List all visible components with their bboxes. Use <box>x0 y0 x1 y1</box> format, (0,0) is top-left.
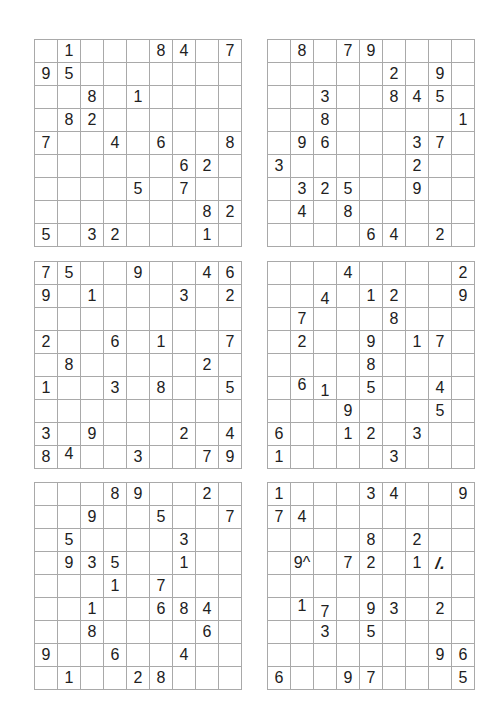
puzzle-4-cell-r2c3[interactable]: 4 <box>314 285 336 307</box>
puzzle-3-cell-r9c2[interactable]: 4 <box>58 446 80 468</box>
puzzle-3-cell-r5c2[interactable]: 8 <box>58 354 80 376</box>
puzzle-5-cell-r8c4[interactable]: 6 <box>104 644 126 666</box>
puzzle-4-cell-r8c7[interactable]: 3 <box>406 423 428 445</box>
puzzle-3-cell-r2c2[interactable] <box>58 285 80 307</box>
puzzle-1-cell-r6c2[interactable] <box>58 155 80 177</box>
puzzle-5-cell-r1c7[interactable] <box>173 483 195 505</box>
puzzle-6-cell-r7c8[interactable] <box>429 621 451 643</box>
puzzle-3-cell-r3c4[interactable] <box>104 308 126 330</box>
puzzle-3-cell-r3c9[interactable] <box>219 308 241 330</box>
puzzle-5-cell-r6c8[interactable]: 4 <box>196 598 218 620</box>
puzzle-6-cell-r1c2[interactable] <box>291 483 313 505</box>
puzzle-1-cell-r8c2[interactable] <box>58 201 80 223</box>
puzzle-5-cell-r6c7[interactable]: 8 <box>173 598 195 620</box>
puzzle-5-cell-r7c1[interactable] <box>35 621 57 643</box>
puzzle-3-cell-r8c9[interactable]: 4 <box>219 423 241 445</box>
puzzle-1-cell-r3c7[interactable] <box>173 86 195 108</box>
puzzle-5-cell-r1c6[interactable] <box>150 483 172 505</box>
puzzle-2-cell-r5c5[interactable] <box>360 132 382 154</box>
puzzle-2-cell-r8c5[interactable] <box>360 201 382 223</box>
puzzle-2-cell-r7c7[interactable]: 9 <box>406 178 428 200</box>
puzzle-5-cell-r8c7[interactable]: 4 <box>173 644 195 666</box>
puzzle-4-cell-r1c7[interactable] <box>406 262 428 284</box>
puzzle-5-cell-r2c8[interactable] <box>196 506 218 528</box>
puzzle-1-cell-r2c9[interactable] <box>219 63 241 85</box>
puzzle-6-cell-r3c3[interactable] <box>314 529 336 551</box>
puzzle-1-cell-r8c5[interactable] <box>127 201 149 223</box>
puzzle-4-cell-r8c1[interactable]: 6 <box>268 423 290 445</box>
puzzle-2-cell-r8c4[interactable]: 8 <box>337 201 359 223</box>
puzzle-2-cell-r6c7[interactable]: 2 <box>406 155 428 177</box>
puzzle-2-cell-r1c3[interactable] <box>314 40 336 62</box>
puzzle-2-cell-r4c2[interactable] <box>291 109 313 131</box>
puzzle-4-cell-r3c7[interactable] <box>406 308 428 330</box>
puzzle-2-cell-r2c2[interactable] <box>291 63 313 85</box>
puzzle-1-cell-r4c2[interactable]: 8 <box>58 109 80 131</box>
puzzle-2-cell-r4c6[interactable] <box>383 109 405 131</box>
puzzle-3-cell-r3c2[interactable] <box>58 308 80 330</box>
puzzle-1-cell-r8c1[interactable] <box>35 201 57 223</box>
puzzle-5-cell-r5c7[interactable] <box>173 575 195 597</box>
puzzle-1-cell-r6c1[interactable] <box>35 155 57 177</box>
puzzle-2-cell-r5c2[interactable]: 9 <box>291 132 313 154</box>
puzzle-2-cell-r8c6[interactable] <box>383 201 405 223</box>
puzzle-2-cell-r7c1[interactable] <box>268 178 290 200</box>
puzzle-4-cell-r1c9[interactable]: 2 <box>452 262 474 284</box>
puzzle-4-cell-r5c6[interactable] <box>383 354 405 376</box>
puzzle-4-cell-r8c9[interactable] <box>452 423 474 445</box>
puzzle-4-cell-r7c9[interactable] <box>452 400 474 422</box>
puzzle-4-cell-r4c2[interactable]: 2 <box>291 331 313 353</box>
puzzle-1-cell-r6c6[interactable] <box>150 155 172 177</box>
puzzle-4-cell-r1c4[interactable]: 4 <box>337 262 359 284</box>
puzzle-4-cell-r9c2[interactable] <box>291 446 313 468</box>
puzzle-1-cell-r3c3[interactable]: 8 <box>81 86 103 108</box>
puzzle-4-cell-r6c9[interactable] <box>452 377 474 399</box>
puzzle-2-cell-r8c1[interactable] <box>268 201 290 223</box>
puzzle-3-cell-r9c9[interactable]: 9 <box>219 446 241 468</box>
puzzle-2-cell-r5c4[interactable] <box>337 132 359 154</box>
puzzle-6-cell-r2c9[interactable] <box>452 506 474 528</box>
puzzle-5-cell-r1c5[interactable]: 9 <box>127 483 149 505</box>
puzzle-5-cell-r5c5[interactable] <box>127 575 149 597</box>
puzzle-5-cell-r3c9[interactable] <box>219 529 241 551</box>
puzzle-2-cell-r4c8[interactable] <box>429 109 451 131</box>
puzzle-2-cell-r7c4[interactable]: 5 <box>337 178 359 200</box>
puzzle-3-cell-r6c5[interactable] <box>127 377 149 399</box>
puzzle-1-cell-r6c9[interactable] <box>219 155 241 177</box>
puzzle-6-cell-r7c7[interactable] <box>406 621 428 643</box>
puzzle-1-cell-r6c8[interactable]: 2 <box>196 155 218 177</box>
puzzle-4-cell-r9c7[interactable] <box>406 446 428 468</box>
puzzle-1-cell-r8c9[interactable]: 2 <box>219 201 241 223</box>
puzzle-3-cell-r8c2[interactable] <box>58 423 80 445</box>
puzzle-3-cell-r7c8[interactable] <box>196 400 218 422</box>
puzzle-6-cell-r7c9[interactable] <box>452 621 474 643</box>
puzzle-1-cell-r1c4[interactable] <box>104 40 126 62</box>
puzzle-2-cell-r4c3[interactable]: 8 <box>314 109 336 131</box>
puzzle-2-cell-r8c9[interactable] <box>452 201 474 223</box>
puzzle-6-cell-r7c4[interactable] <box>337 621 359 643</box>
puzzle-4-cell-r7c1[interactable] <box>268 400 290 422</box>
puzzle-6-cell-r2c5[interactable] <box>360 506 382 528</box>
puzzle-4-cell-r5c2[interactable] <box>291 354 313 376</box>
puzzle-6-cell-r1c8[interactable] <box>429 483 451 505</box>
puzzle-2-cell-r9c2[interactable] <box>291 224 313 246</box>
puzzle-6-cell-r3c2[interactable] <box>291 529 313 551</box>
puzzle-3-cell-r4c6[interactable]: 1 <box>150 331 172 353</box>
puzzle-4-cell-r4c9[interactable] <box>452 331 474 353</box>
puzzle-6-cell-r6c7[interactable] <box>406 598 428 620</box>
puzzle-4-cell-r6c5[interactable]: 5 <box>360 377 382 399</box>
puzzle-4-cell-r2c9[interactable]: 9 <box>452 285 474 307</box>
puzzle-1-cell-r2c8[interactable] <box>196 63 218 85</box>
puzzle-5-cell-r5c2[interactable] <box>58 575 80 597</box>
puzzle-3-cell-r6c2[interactable] <box>58 377 80 399</box>
puzzle-6-cell-r9c2[interactable] <box>291 667 313 689</box>
puzzle-2-cell-r2c4[interactable] <box>337 63 359 85</box>
puzzle-2-cell-r4c7[interactable] <box>406 109 428 131</box>
puzzle-2-cell-r2c9[interactable] <box>452 63 474 85</box>
puzzle-1-cell-r6c3[interactable] <box>81 155 103 177</box>
puzzle-4-cell-r5c5[interactable]: 8 <box>360 354 382 376</box>
puzzle-6-cell-r3c9[interactable] <box>452 529 474 551</box>
puzzle-2-cell-r4c5[interactable] <box>360 109 382 131</box>
puzzle-3-cell-r4c7[interactable] <box>173 331 195 353</box>
puzzle-2-cell-r8c8[interactable] <box>429 201 451 223</box>
puzzle-6-cell-r5c8[interactable] <box>429 575 451 597</box>
puzzle-2-cell-r9c9[interactable] <box>452 224 474 246</box>
puzzle-2-cell-r1c6[interactable] <box>383 40 405 62</box>
puzzle-5-cell-r9c1[interactable] <box>35 667 57 689</box>
puzzle-1-cell-r1c5[interactable] <box>127 40 149 62</box>
puzzle-5-cell-r6c1[interactable] <box>35 598 57 620</box>
puzzle-1-cell-r3c9[interactable] <box>219 86 241 108</box>
puzzle-2-cell-r9c6[interactable]: 4 <box>383 224 405 246</box>
puzzle-4-cell-r9c6[interactable]: 3 <box>383 446 405 468</box>
puzzle-6-cell-r6c1[interactable] <box>268 598 290 620</box>
puzzle-2-cell-r1c9[interactable] <box>452 40 474 62</box>
puzzle-6-cell-r7c1[interactable] <box>268 621 290 643</box>
puzzle-1-cell-r6c7[interactable]: 6 <box>173 155 195 177</box>
puzzle-6-cell-r3c5[interactable]: 8 <box>360 529 382 551</box>
puzzle-4-cell-r5c8[interactable] <box>429 354 451 376</box>
puzzle-1-cell-r2c2[interactable]: 5 <box>58 63 80 85</box>
puzzle-4-cell-r4c7[interactable]: 1 <box>406 331 428 353</box>
puzzle-5-cell-r2c2[interactable] <box>58 506 80 528</box>
puzzle-5-cell-r3c1[interactable] <box>35 529 57 551</box>
puzzle-1-cell-r4c4[interactable] <box>104 109 126 131</box>
puzzle-2-cell-r6c3[interactable] <box>314 155 336 177</box>
puzzle-5-cell-r5c9[interactable] <box>219 575 241 597</box>
puzzle-3-cell-r7c3[interactable] <box>81 400 103 422</box>
puzzle-4-cell-r1c3[interactable] <box>314 262 336 284</box>
puzzle-5-cell-r4c4[interactable]: 5 <box>104 552 126 574</box>
puzzle-6-cell-r8c4[interactable] <box>337 644 359 666</box>
puzzle-5-cell-r1c9[interactable] <box>219 483 241 505</box>
puzzle-1-cell-r9c6[interactable] <box>150 224 172 246</box>
puzzle-5-cell-r9c5[interactable]: 2 <box>127 667 149 689</box>
puzzle-5-cell-r5c8[interactable] <box>196 575 218 597</box>
puzzle-4-cell-r4c1[interactable] <box>268 331 290 353</box>
puzzle-6-cell-r4c5[interactable]: 2 <box>360 552 382 574</box>
puzzle-2-cell-r9c8[interactable]: 2 <box>429 224 451 246</box>
puzzle-4-cell-r8c3[interactable] <box>314 423 336 445</box>
puzzle-4-cell-r6c2[interactable]: 6 <box>291 377 313 399</box>
puzzle-1-cell-r1c6[interactable]: 8 <box>150 40 172 62</box>
puzzle-2-cell-r1c5[interactable]: 9 <box>360 40 382 62</box>
puzzle-3-cell-r6c9[interactable]: 5 <box>219 377 241 399</box>
puzzle-6-cell-r5c7[interactable] <box>406 575 428 597</box>
puzzle-6-cell-r4c7[interactable]: 1 <box>406 552 428 574</box>
puzzle-6-cell-r8c8[interactable]: 9 <box>429 644 451 666</box>
puzzle-4-cell-r4c4[interactable] <box>337 331 359 353</box>
puzzle-6-cell-r8c9[interactable]: 6 <box>452 644 474 666</box>
puzzle-3-cell-r6c8[interactable] <box>196 377 218 399</box>
puzzle-1-cell-r7c7[interactable]: 7 <box>173 178 195 200</box>
puzzle-2-cell-r8c7[interactable] <box>406 201 428 223</box>
puzzle-2-cell-r3c1[interactable] <box>268 86 290 108</box>
puzzle-3-cell-r9c4[interactable] <box>104 446 126 468</box>
puzzle-3-cell-r7c5[interactable] <box>127 400 149 422</box>
puzzle-2-cell-r4c4[interactable] <box>337 109 359 131</box>
puzzle-3-cell-r2c6[interactable] <box>150 285 172 307</box>
puzzle-4-cell-r5c3[interactable] <box>314 354 336 376</box>
puzzle-2-cell-r2c7[interactable] <box>406 63 428 85</box>
puzzle-2-cell-r2c1[interactable] <box>268 63 290 85</box>
puzzle-4-cell-r6c7[interactable] <box>406 377 428 399</box>
puzzle-4-cell-r9c9[interactable] <box>452 446 474 468</box>
puzzle-5-cell-r8c1[interactable]: 9 <box>35 644 57 666</box>
puzzle-1-cell-r1c2[interactable]: 1 <box>58 40 80 62</box>
puzzle-5-cell-r3c6[interactable] <box>150 529 172 551</box>
puzzle-6-cell-r7c6[interactable] <box>383 621 405 643</box>
puzzle-1-cell-r4c6[interactable] <box>150 109 172 131</box>
puzzle-3-cell-r5c1[interactable] <box>35 354 57 376</box>
puzzle-4-cell-r2c1[interactable] <box>268 285 290 307</box>
puzzle-5-cell-r2c4[interactable] <box>104 506 126 528</box>
puzzle-5-cell-r3c8[interactable] <box>196 529 218 551</box>
puzzle-5-cell-r8c5[interactable] <box>127 644 149 666</box>
puzzle-4-cell-r8c8[interactable] <box>429 423 451 445</box>
puzzle-1-cell-r5c5[interactable] <box>127 132 149 154</box>
puzzle-4-cell-r5c7[interactable] <box>406 354 428 376</box>
puzzle-2-cell-r1c1[interactable] <box>268 40 290 62</box>
puzzle-6-cell-r7c2[interactable] <box>291 621 313 643</box>
puzzle-3-cell-r7c4[interactable] <box>104 400 126 422</box>
puzzle-2-cell-r8c3[interactable] <box>314 201 336 223</box>
puzzle-2-cell-r2c6[interactable]: 2 <box>383 63 405 85</box>
puzzle-3-cell-r6c3[interactable] <box>81 377 103 399</box>
puzzle-5-cell-r8c8[interactable] <box>196 644 218 666</box>
puzzle-1-cell-r7c2[interactable] <box>58 178 80 200</box>
puzzle-2-cell-r9c7[interactable] <box>406 224 428 246</box>
puzzle-2-cell-r6c4[interactable] <box>337 155 359 177</box>
puzzle-6-cell-r8c6[interactable] <box>383 644 405 666</box>
puzzle-4-cell-r1c6[interactable] <box>383 262 405 284</box>
puzzle-4-cell-r7c5[interactable] <box>360 400 382 422</box>
puzzle-3-cell-r5c6[interactable] <box>150 354 172 376</box>
puzzle-3-cell-r7c7[interactable] <box>173 400 195 422</box>
puzzle-1-cell-r8c3[interactable] <box>81 201 103 223</box>
puzzle-4-cell-r1c1[interactable] <box>268 262 290 284</box>
puzzle-1-cell-r5c6[interactable]: 6 <box>150 132 172 154</box>
puzzle-5-cell-r4c2[interactable]: 9 <box>58 552 80 574</box>
puzzle-3-cell-r2c7[interactable]: 3 <box>173 285 195 307</box>
puzzle-6-cell-r8c5[interactable] <box>360 644 382 666</box>
puzzle-2-cell-r6c8[interactable] <box>429 155 451 177</box>
puzzle-3-cell-r8c6[interactable] <box>150 423 172 445</box>
puzzle-4-cell-r3c4[interactable] <box>337 308 359 330</box>
puzzle-4-cell-r6c1[interactable] <box>268 377 290 399</box>
puzzle-6-cell-r1c5[interactable]: 3 <box>360 483 382 505</box>
puzzle-1-cell-r5c1[interactable]: 7 <box>35 132 57 154</box>
puzzle-5-cell-r7c4[interactable] <box>104 621 126 643</box>
puzzle-4-cell-r1c5[interactable] <box>360 262 382 284</box>
puzzle-6-cell-r6c6[interactable]: 3 <box>383 598 405 620</box>
puzzle-5-cell-r1c1[interactable] <box>35 483 57 505</box>
puzzle-5-cell-r2c3[interactable]: 9 <box>81 506 103 528</box>
puzzle-1-cell-r5c4[interactable]: 4 <box>104 132 126 154</box>
puzzle-2-cell-r5c3[interactable]: 6 <box>314 132 336 154</box>
puzzle-2-cell-r1c4[interactable]: 7 <box>337 40 359 62</box>
puzzle-1-cell-r5c9[interactable]: 8 <box>219 132 241 154</box>
puzzle-4-cell-r7c8[interactable]: 5 <box>429 400 451 422</box>
puzzle-6-cell-r7c3[interactable]: 3 <box>314 621 336 643</box>
puzzle-1-cell-r9c3[interactable]: 3 <box>81 224 103 246</box>
puzzle-6-cell-r9c5[interactable]: 7 <box>360 667 382 689</box>
puzzle-1-cell-r9c9[interactable] <box>219 224 241 246</box>
puzzle-4-cell-r5c9[interactable] <box>452 354 474 376</box>
puzzle-3-cell-r2c5[interactable] <box>127 285 149 307</box>
puzzle-6-cell-r4c3[interactable] <box>314 552 336 574</box>
puzzle-6-cell-r4c6[interactable] <box>383 552 405 574</box>
puzzle-5-cell-r1c3[interactable] <box>81 483 103 505</box>
puzzle-4-cell-r2c2[interactable] <box>291 285 313 307</box>
puzzle-6-cell-r9c7[interactable] <box>406 667 428 689</box>
puzzle-6-cell-r6c8[interactable]: 2 <box>429 598 451 620</box>
puzzle-3-cell-r8c1[interactable]: 3 <box>35 423 57 445</box>
puzzle-2-cell-r7c6[interactable] <box>383 178 405 200</box>
puzzle-5-cell-r9c6[interactable]: 8 <box>150 667 172 689</box>
puzzle-6-cell-r9c8[interactable] <box>429 667 451 689</box>
puzzle-2-cell-r6c1[interactable]: 3 <box>268 155 290 177</box>
puzzle-3-cell-r3c1[interactable] <box>35 308 57 330</box>
puzzle-4-cell-r3c1[interactable] <box>268 308 290 330</box>
puzzle-5-cell-r2c9[interactable]: 7 <box>219 506 241 528</box>
puzzle-3-cell-r4c3[interactable] <box>81 331 103 353</box>
puzzle-2-cell-r3c8[interactable]: 5 <box>429 86 451 108</box>
puzzle-3-cell-r2c8[interactable] <box>196 285 218 307</box>
puzzle-4-cell-r7c4[interactable]: 9 <box>337 400 359 422</box>
puzzle-4-cell-r4c3[interactable] <box>314 331 336 353</box>
puzzle-1-cell-r8c7[interactable] <box>173 201 195 223</box>
puzzle-1-cell-r4c7[interactable] <box>173 109 195 131</box>
puzzle-3-cell-r6c7[interactable] <box>173 377 195 399</box>
puzzle-4-cell-r9c4[interactable] <box>337 446 359 468</box>
puzzle-6-cell-r1c9[interactable]: 9 <box>452 483 474 505</box>
puzzle-4-cell-r2c8[interactable] <box>429 285 451 307</box>
puzzle-3-cell-r3c8[interactable] <box>196 308 218 330</box>
puzzle-1-cell-r3c2[interactable] <box>58 86 80 108</box>
puzzle-3-cell-r6c4[interactable]: 3 <box>104 377 126 399</box>
puzzle-3-cell-r7c2[interactable] <box>58 400 80 422</box>
puzzle-6-cell-r2c2[interactable]: 4 <box>291 506 313 528</box>
puzzle-4-cell-r2c4[interactable] <box>337 285 359 307</box>
puzzle-5-cell-r3c2[interactable]: 5 <box>58 529 80 551</box>
puzzle-3-cell-r4c5[interactable] <box>127 331 149 353</box>
puzzle-6-cell-r1c7[interactable] <box>406 483 428 505</box>
puzzle-1-cell-r3c5[interactable]: 1 <box>127 86 149 108</box>
puzzle-3-cell-r1c8[interactable]: 4 <box>196 262 218 284</box>
puzzle-6-cell-r9c4[interactable]: 9 <box>337 667 359 689</box>
puzzle-6-cell-r5c9[interactable] <box>452 575 474 597</box>
puzzle-1-cell-r4c8[interactable] <box>196 109 218 131</box>
puzzle-4-cell-r4c8[interactable]: 7 <box>429 331 451 353</box>
puzzle-1-cell-r1c7[interactable]: 4 <box>173 40 195 62</box>
puzzle-4-cell-r1c8[interactable] <box>429 262 451 284</box>
puzzle-4-cell-r2c5[interactable]: 1 <box>360 285 382 307</box>
puzzle-1-cell-r7c8[interactable] <box>196 178 218 200</box>
puzzle-6-cell-r9c6[interactable] <box>383 667 405 689</box>
puzzle-1-cell-r2c6[interactable] <box>150 63 172 85</box>
puzzle-2-cell-r2c3[interactable] <box>314 63 336 85</box>
puzzle-3-cell-r3c7[interactable] <box>173 308 195 330</box>
puzzle-5-cell-r4c5[interactable] <box>127 552 149 574</box>
puzzle-3-cell-r8c8[interactable] <box>196 423 218 445</box>
puzzle-3-cell-r4c9[interactable]: 7 <box>219 331 241 353</box>
puzzle-2-cell-r9c4[interactable] <box>337 224 359 246</box>
puzzle-4-cell-r9c8[interactable] <box>429 446 451 468</box>
puzzle-6-cell-r8c3[interactable] <box>314 644 336 666</box>
puzzle-3-cell-r2c3[interactable]: 1 <box>81 285 103 307</box>
puzzle-1-cell-r1c9[interactable]: 7 <box>219 40 241 62</box>
puzzle-5-cell-r9c8[interactable] <box>196 667 218 689</box>
puzzle-6-cell-r5c5[interactable] <box>360 575 382 597</box>
puzzle-6-cell-r3c8[interactable] <box>429 529 451 551</box>
puzzle-1-cell-r1c3[interactable] <box>81 40 103 62</box>
puzzle-2-cell-r6c6[interactable] <box>383 155 405 177</box>
puzzle-1-cell-r2c4[interactable] <box>104 63 126 85</box>
puzzle-1-cell-r3c8[interactable] <box>196 86 218 108</box>
puzzle-5-cell-r5c6[interactable]: 7 <box>150 575 172 597</box>
puzzle-5-cell-r7c8[interactable]: 6 <box>196 621 218 643</box>
puzzle-3-cell-r7c1[interactable] <box>35 400 57 422</box>
puzzle-1-cell-r4c3[interactable]: 2 <box>81 109 103 131</box>
puzzle-1-cell-r7c5[interactable]: 5 <box>127 178 149 200</box>
puzzle-1-cell-r8c4[interactable] <box>104 201 126 223</box>
puzzle-3-cell-r5c9[interactable] <box>219 354 241 376</box>
puzzle-3-cell-r2c1[interactable]: 9 <box>35 285 57 307</box>
puzzle-5-cell-r8c9[interactable] <box>219 644 241 666</box>
puzzle-4-cell-r5c1[interactable] <box>268 354 290 376</box>
puzzle-5-cell-r7c5[interactable] <box>127 621 149 643</box>
puzzle-5-cell-r3c5[interactable] <box>127 529 149 551</box>
puzzle-6-cell-r9c3[interactable] <box>314 667 336 689</box>
puzzle-3-cell-r4c2[interactable] <box>58 331 80 353</box>
puzzle-1-cell-r2c3[interactable] <box>81 63 103 85</box>
puzzle-5-cell-r6c4[interactable] <box>104 598 126 620</box>
puzzle-3-cell-r1c3[interactable] <box>81 262 103 284</box>
puzzle-1-cell-r3c6[interactable] <box>150 86 172 108</box>
puzzle-4-cell-r3c2[interactable]: 7 <box>291 308 313 330</box>
puzzle-2-cell-r5c6[interactable] <box>383 132 405 154</box>
puzzle-4-cell-r6c6[interactable] <box>383 377 405 399</box>
puzzle-5-cell-r9c2[interactable]: 1 <box>58 667 80 689</box>
puzzle-4-cell-r3c9[interactable] <box>452 308 474 330</box>
puzzle-5-cell-r4c9[interactable] <box>219 552 241 574</box>
puzzle-6-cell-r9c1[interactable]: 6 <box>268 667 290 689</box>
